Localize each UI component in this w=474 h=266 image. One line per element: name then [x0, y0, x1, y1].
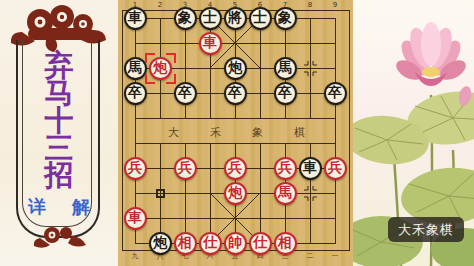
xiangqi-board[interactable]: 123456789 九八七六五四三二一 大禾象棋 車象士將士象車馬炮炮馬卒卒卒卒…: [118, 0, 353, 266]
series-subtitle: 详解: [28, 195, 90, 219]
file-label-bottom: 九: [124, 252, 147, 260]
file-label-bottom: 二: [299, 252, 322, 260]
piece-black-車-f7r6[interactable]: 車: [299, 157, 322, 180]
piece-black-馬-f6r2[interactable]: 馬: [274, 57, 297, 80]
piece-red-仕-f3r9[interactable]: 仕: [199, 232, 222, 255]
watermark-text: 大禾象棋: [398, 221, 454, 239]
piece-red-車-f0r8[interactable]: 車: [124, 207, 147, 230]
piece-black-馬-f0r2[interactable]: 馬: [124, 57, 147, 80]
lotus-artwork: 大禾象棋: [353, 0, 474, 266]
file-label-top: 8: [299, 1, 322, 9]
piece-red-炮-f4r7[interactable]: 炮: [224, 182, 247, 205]
file-label-bottom: 一: [324, 252, 347, 260]
piece-black-將-f4r0[interactable]: 將: [224, 7, 247, 30]
piece-black-士-f3r0[interactable]: 士: [199, 7, 222, 30]
series-subtitle-char: 详: [28, 195, 46, 219]
piece-black-士-f5r0[interactable]: 士: [249, 7, 272, 30]
piece-red-帥-f4r9[interactable]: 帥: [224, 232, 247, 255]
cloud-ornament-bottom-icon: [30, 224, 90, 250]
piece-black-象-f6r0[interactable]: 象: [274, 7, 297, 30]
piece-red-兵-f2r6[interactable]: 兵: [174, 157, 197, 180]
river-label-char: 象: [252, 125, 263, 140]
river-label-char: 大: [168, 125, 179, 140]
sidebar: 弃马十三招 详解: [0, 0, 118, 266]
piece-black-卒-f6r3[interactable]: 卒: [274, 82, 297, 105]
river-label: 大禾象棋: [168, 125, 305, 140]
piece-black-車-f0r0[interactable]: 車: [124, 7, 147, 30]
piece-red-炮-f1r2[interactable]: 炮: [149, 57, 172, 80]
piece-red-相-f2r9[interactable]: 相: [174, 232, 197, 255]
piece-red-兵-f4r6[interactable]: 兵: [224, 157, 247, 180]
piece-red-兵-f6r6[interactable]: 兵: [274, 157, 297, 180]
piece-black-卒-f8r3[interactable]: 卒: [324, 82, 347, 105]
watermark-badge: 大禾象棋: [388, 217, 464, 242]
piece-black-象-f2r0[interactable]: 象: [174, 7, 197, 30]
file-label-top: 9: [324, 1, 347, 9]
river-label-char: 禾: [210, 125, 221, 140]
piece-black-卒-f4r3[interactable]: 卒: [224, 82, 247, 105]
piece-red-相-f6r9[interactable]: 相: [274, 232, 297, 255]
series-title: 弃马十三招: [0, 52, 118, 190]
series-subtitle-char: 解: [72, 195, 90, 219]
move-from-marker: [156, 189, 165, 198]
piece-red-仕-f5r9[interactable]: 仕: [249, 232, 272, 255]
piece-black-炮-f1r9[interactable]: 炮: [149, 232, 172, 255]
piece-black-炮-f4r2[interactable]: 炮: [224, 57, 247, 80]
series-title-char: 招: [45, 162, 74, 190]
piece-red-兵-f8r6[interactable]: 兵: [324, 157, 347, 180]
file-label-top: 2: [149, 1, 172, 9]
piece-black-卒-f0r3[interactable]: 卒: [124, 82, 147, 105]
piece-red-車-f3r1[interactable]: 車: [199, 32, 222, 55]
river-label-char: 棋: [294, 125, 305, 140]
piece-red-馬-f6r7[interactable]: 馬: [274, 182, 297, 205]
video-frame: 弃马十三招 详解: [0, 0, 474, 266]
piece-black-卒-f2r3[interactable]: 卒: [174, 82, 197, 105]
piece-red-兵-f0r6[interactable]: 兵: [124, 157, 147, 180]
